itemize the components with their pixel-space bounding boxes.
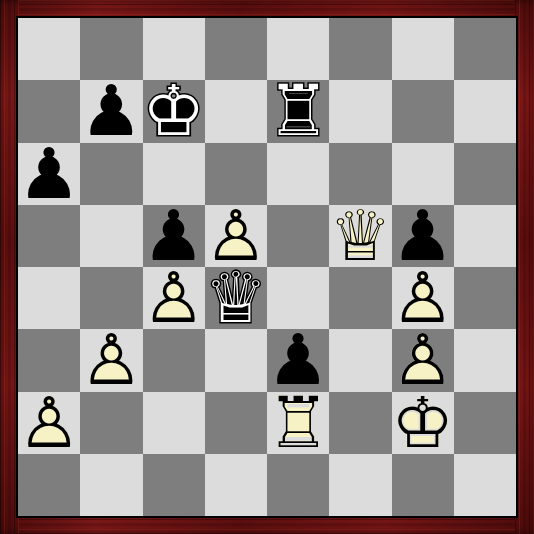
square-b1[interactable] <box>80 454 142 516</box>
white-pawn-glyph: ♙ <box>80 329 142 391</box>
square-f2[interactable] <box>329 392 391 454</box>
square-d1[interactable] <box>205 454 267 516</box>
piece-black-pawn[interactable]: ♟ <box>18 143 80 205</box>
square-d7[interactable] <box>205 80 267 142</box>
square-h8[interactable] <box>454 18 516 80</box>
piece-black-rook[interactable]: ♜♖ <box>267 80 329 142</box>
square-h2[interactable] <box>454 392 516 454</box>
square-c2[interactable] <box>143 392 205 454</box>
square-a8[interactable] <box>18 18 80 80</box>
square-c1[interactable] <box>143 454 205 516</box>
black-pawn-glyph: ♟ <box>80 80 142 142</box>
black-pawn-glyph: ♟ <box>18 143 80 205</box>
square-b3[interactable]: ♟♙ <box>80 329 142 391</box>
square-h1[interactable] <box>454 454 516 516</box>
white-pawn-glyph: ♙ <box>143 267 205 329</box>
square-g2[interactable]: ♚♔ <box>392 392 454 454</box>
white-king-glyph: ♔ <box>392 392 454 454</box>
piece-white-queen[interactable]: ♛♕ <box>329 205 391 267</box>
piece-black-pawn[interactable]: ♟ <box>80 80 142 142</box>
black-queen-glyph: ♕ <box>205 267 267 329</box>
square-f5[interactable]: ♛♕ <box>329 205 391 267</box>
white-pawn-glyph: ♙ <box>18 392 80 454</box>
square-d4[interactable]: ♛♕ <box>205 267 267 329</box>
square-a2[interactable]: ♟♙ <box>18 392 80 454</box>
chess-diagram: ♟♚♔♜♖♟♟♟♙♛♕♟♟♙♛♕♟♙♟♙♟♟♙♟♙♜♖♚♔ <box>0 0 534 534</box>
square-c4[interactable]: ♟♙ <box>143 267 205 329</box>
square-h4[interactable] <box>454 267 516 329</box>
piece-black-queen[interactable]: ♛♕ <box>205 267 267 329</box>
square-f7[interactable] <box>329 80 391 142</box>
piece-white-pawn[interactable]: ♟♙ <box>143 267 205 329</box>
square-f1[interactable] <box>329 454 391 516</box>
white-queen-glyph: ♕ <box>329 205 391 267</box>
chess-board: ♟♚♔♜♖♟♟♟♙♛♕♟♟♙♛♕♟♙♟♙♟♟♙♟♙♜♖♚♔ <box>16 16 518 518</box>
square-h5[interactable] <box>454 205 516 267</box>
black-rook-glyph: ♖ <box>267 80 329 142</box>
square-f8[interactable] <box>329 18 391 80</box>
square-a6[interactable]: ♟ <box>18 143 80 205</box>
square-c7[interactable]: ♚♔ <box>143 80 205 142</box>
square-h6[interactable] <box>454 143 516 205</box>
square-d8[interactable] <box>205 18 267 80</box>
square-b7[interactable]: ♟ <box>80 80 142 142</box>
piece-white-pawn[interactable]: ♟♙ <box>18 392 80 454</box>
piece-white-pawn[interactable]: ♟♙ <box>80 329 142 391</box>
square-d2[interactable] <box>205 392 267 454</box>
square-g8[interactable] <box>392 18 454 80</box>
piece-white-rook[interactable]: ♜♖ <box>267 392 329 454</box>
piece-black-king[interactable]: ♚♔ <box>143 80 205 142</box>
white-rook-glyph: ♖ <box>267 392 329 454</box>
square-a4[interactable] <box>18 267 80 329</box>
square-g7[interactable] <box>392 80 454 142</box>
square-e2[interactable]: ♜♖ <box>267 392 329 454</box>
square-b5[interactable] <box>80 205 142 267</box>
square-e5[interactable] <box>267 205 329 267</box>
square-f3[interactable] <box>329 329 391 391</box>
square-h7[interactable] <box>454 80 516 142</box>
square-e7[interactable]: ♜♖ <box>267 80 329 142</box>
black-king-glyph: ♔ <box>143 80 205 142</box>
square-h3[interactable] <box>454 329 516 391</box>
piece-white-king[interactable]: ♚♔ <box>392 392 454 454</box>
